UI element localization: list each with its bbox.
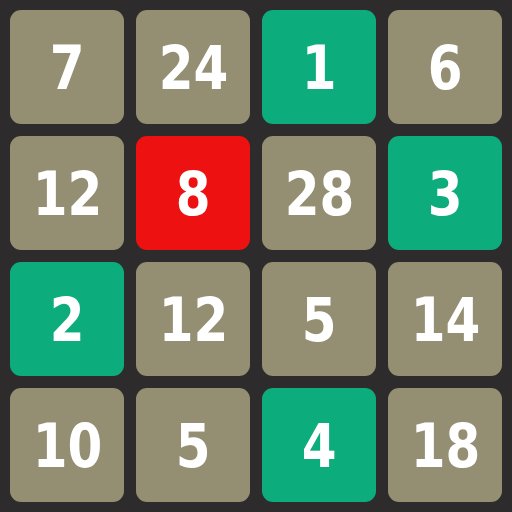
tile-number: 18 xyxy=(410,415,480,476)
tile-r4c4[interactable]: 18 xyxy=(388,388,502,502)
tile-r3c1[interactable]: 2 xyxy=(10,262,124,376)
tile-number: 5 xyxy=(176,415,211,476)
tile-number: 10 xyxy=(32,415,102,476)
tile-r2c1[interactable]: 12 xyxy=(10,136,124,250)
tile-number: 28 xyxy=(284,163,354,224)
tile-number: 4 xyxy=(302,415,337,476)
tile-r1c3[interactable]: 1 xyxy=(262,10,376,124)
tile-r2c3[interactable]: 28 xyxy=(262,136,376,250)
tile-r4c1[interactable]: 10 xyxy=(10,388,124,502)
tile-r2c2[interactable]: 8 xyxy=(136,136,250,250)
tile-r1c1[interactable]: 7 xyxy=(10,10,124,124)
tile-r1c2[interactable]: 24 xyxy=(136,10,250,124)
tile-r4c3[interactable]: 4 xyxy=(262,388,376,502)
tile-r4c2[interactable]: 5 xyxy=(136,388,250,502)
tile-number: 1 xyxy=(302,37,337,98)
tile-r3c2[interactable]: 12 xyxy=(136,262,250,376)
tile-number: 24 xyxy=(158,37,228,98)
tile-number: 2 xyxy=(50,289,85,350)
tile-number: 12 xyxy=(158,289,228,350)
tile-number: 14 xyxy=(410,289,480,350)
tile-number: 6 xyxy=(428,37,463,98)
tile-number: 8 xyxy=(176,163,211,224)
number-grid-board: 72416128283212514105418 xyxy=(0,0,512,512)
tile-r2c4[interactable]: 3 xyxy=(388,136,502,250)
tile-number: 7 xyxy=(50,37,85,98)
tile-number: 3 xyxy=(428,163,463,224)
tile-number: 5 xyxy=(302,289,337,350)
tile-r1c4[interactable]: 6 xyxy=(388,10,502,124)
tile-number: 12 xyxy=(32,163,102,224)
tile-r3c3[interactable]: 5 xyxy=(262,262,376,376)
tile-r3c4[interactable]: 14 xyxy=(388,262,502,376)
